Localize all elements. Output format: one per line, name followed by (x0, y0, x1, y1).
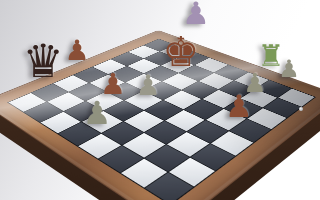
olive-gray-pawn-right-rim[interactable]: ♟ (278, 57, 300, 81)
rim-pin (299, 107, 303, 111)
brown-king-f6[interactable]: ♚ (163, 32, 200, 73)
brown-pawn-g5[interactable]: ♟ (225, 91, 253, 122)
olive-gray-pawn-e5[interactable]: ♟ (135, 72, 160, 100)
chess-render-scene: ♟♟♜♚♟♛♟♟♟♟♟ (0, 0, 320, 200)
dark-brown-queen-a5[interactable]: ♛ (22, 38, 63, 84)
lavender-pawn-far-corner-rim[interactable]: ♟ (182, 0, 210, 29)
brown-pawn-b6[interactable]: ♟ (64, 37, 89, 65)
olive-gray-pawn-c4[interactable]: ♟ (83, 97, 112, 129)
